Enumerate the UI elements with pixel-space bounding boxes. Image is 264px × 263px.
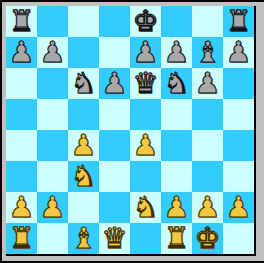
piece-black-rook[interactable]: ♜ xyxy=(9,6,35,37)
piece-black-pawn[interactable]: ♟ xyxy=(226,37,252,68)
piece-black-queen[interactable]: ♛ xyxy=(133,68,159,99)
square-a6[interactable] xyxy=(6,68,37,99)
square-e8[interactable]: ♚ xyxy=(130,6,161,37)
square-d8[interactable] xyxy=(99,6,130,37)
piece-white-pawn[interactable]: ♟ xyxy=(133,130,159,161)
piece-black-pawn[interactable]: ♟ xyxy=(164,37,190,68)
square-g2[interactable]: ♟ xyxy=(192,192,223,223)
square-f1[interactable]: ♜ xyxy=(161,223,192,254)
square-e4[interactable]: ♟ xyxy=(130,130,161,161)
square-h5[interactable] xyxy=(223,99,254,130)
square-g3[interactable] xyxy=(192,161,223,192)
square-b5[interactable] xyxy=(37,99,68,130)
piece-black-pawn[interactable]: ♟ xyxy=(9,37,35,68)
square-c4[interactable]: ♟ xyxy=(68,130,99,161)
square-c3[interactable]: ♞ xyxy=(68,161,99,192)
square-g4[interactable] xyxy=(192,130,223,161)
square-a2[interactable]: ♟ xyxy=(6,192,37,223)
square-c1[interactable]: ♝ xyxy=(68,223,99,254)
square-g6[interactable]: ♟ xyxy=(192,68,223,99)
square-d1[interactable]: ♛ xyxy=(99,223,130,254)
piece-white-bishop[interactable]: ♝ xyxy=(71,223,97,254)
square-b2[interactable]: ♟ xyxy=(37,192,68,223)
piece-white-pawn[interactable]: ♟ xyxy=(164,192,190,223)
square-f5[interactable] xyxy=(161,99,192,130)
square-a7[interactable]: ♟ xyxy=(6,37,37,68)
square-h3[interactable] xyxy=(223,161,254,192)
square-d2[interactable] xyxy=(99,192,130,223)
piece-black-bishop[interactable]: ♝ xyxy=(195,37,221,68)
piece-white-knight[interactable]: ♞ xyxy=(133,192,159,223)
piece-white-pawn[interactable]: ♟ xyxy=(40,192,66,223)
square-b4[interactable] xyxy=(37,130,68,161)
piece-white-pawn[interactable]: ♟ xyxy=(9,192,35,223)
piece-white-pawn[interactable]: ♟ xyxy=(71,130,97,161)
square-e6[interactable]: ♛ xyxy=(130,68,161,99)
piece-black-knight[interactable]: ♞ xyxy=(164,68,190,99)
square-c6[interactable]: ♞ xyxy=(68,68,99,99)
square-g7[interactable]: ♝ xyxy=(192,37,223,68)
piece-white-queen[interactable]: ♛ xyxy=(102,223,128,254)
square-h8[interactable]: ♜ xyxy=(223,6,254,37)
square-f3[interactable] xyxy=(161,161,192,192)
square-f2[interactable]: ♟ xyxy=(161,192,192,223)
square-h4[interactable] xyxy=(223,130,254,161)
square-d6[interactable]: ♟ xyxy=(99,68,130,99)
square-c7[interactable] xyxy=(68,37,99,68)
square-b1[interactable] xyxy=(37,223,68,254)
square-e2[interactable]: ♞ xyxy=(130,192,161,223)
piece-black-rook[interactable]: ♜ xyxy=(226,6,252,37)
square-f4[interactable] xyxy=(161,130,192,161)
square-a5[interactable] xyxy=(6,99,37,130)
square-f6[interactable]: ♞ xyxy=(161,68,192,99)
square-h6[interactable] xyxy=(223,68,254,99)
square-h2[interactable]: ♟ xyxy=(223,192,254,223)
piece-white-rook[interactable]: ♜ xyxy=(9,223,35,254)
square-a1[interactable]: ♜ xyxy=(6,223,37,254)
piece-white-rook[interactable]: ♜ xyxy=(164,223,190,254)
square-d5[interactable] xyxy=(99,99,130,130)
square-c2[interactable] xyxy=(68,192,99,223)
piece-black-knight[interactable]: ♞ xyxy=(71,68,97,99)
square-b7[interactable]: ♟ xyxy=(37,37,68,68)
square-b8[interactable] xyxy=(37,6,68,37)
square-h7[interactable]: ♟ xyxy=(223,37,254,68)
square-c8[interactable] xyxy=(68,6,99,37)
square-e1[interactable] xyxy=(130,223,161,254)
square-d7[interactable] xyxy=(99,37,130,68)
square-a4[interactable] xyxy=(6,130,37,161)
square-d3[interactable] xyxy=(99,161,130,192)
square-g8[interactable] xyxy=(192,6,223,37)
square-b3[interactable] xyxy=(37,161,68,192)
square-g1[interactable]: ♚ xyxy=(192,223,223,254)
square-a3[interactable] xyxy=(6,161,37,192)
piece-black-pawn[interactable]: ♟ xyxy=(40,37,66,68)
square-b6[interactable] xyxy=(37,68,68,99)
square-h1[interactable] xyxy=(223,223,254,254)
chess-board: ♜♚♜♟♟♟♟♝♟♞♟♛♞♟♟♟♞♟♟♞♟♟♟♜♝♛♜♚ xyxy=(6,6,256,256)
square-e3[interactable] xyxy=(130,161,161,192)
piece-black-king[interactable]: ♚ xyxy=(133,6,159,37)
square-d4[interactable] xyxy=(99,130,130,161)
square-g5[interactable] xyxy=(192,99,223,130)
square-c5[interactable] xyxy=(68,99,99,130)
square-f8[interactable] xyxy=(161,6,192,37)
square-e5[interactable] xyxy=(130,99,161,130)
piece-black-pawn[interactable]: ♟ xyxy=(133,37,159,68)
piece-white-pawn[interactable]: ♟ xyxy=(195,192,221,223)
piece-black-pawn[interactable]: ♟ xyxy=(102,68,128,99)
square-f7[interactable]: ♟ xyxy=(161,37,192,68)
square-a8[interactable]: ♜ xyxy=(6,6,37,37)
piece-black-pawn[interactable]: ♟ xyxy=(195,68,221,99)
piece-white-knight[interactable]: ♞ xyxy=(71,161,97,192)
piece-white-king[interactable]: ♚ xyxy=(195,223,221,254)
piece-white-pawn[interactable]: ♟ xyxy=(226,192,252,223)
square-e7[interactable]: ♟ xyxy=(130,37,161,68)
chess-app-window: ♜♚♜♟♟♟♟♝♟♞♟♛♞♟♟♟♞♟♟♞♟♟♟♜♝♛♜♚ xyxy=(0,0,264,263)
